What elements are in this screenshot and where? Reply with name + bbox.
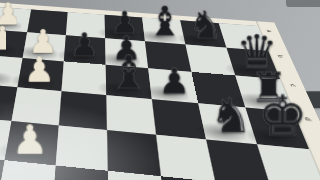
square-a7: ♞ <box>180 20 226 47</box>
square-c3: ♟ <box>17 58 63 91</box>
square-a6: ♝ <box>142 18 185 45</box>
piece-black-pawn: ♟ <box>64 29 105 62</box>
square-e4 <box>56 126 108 171</box>
piece-black-king: ♚ <box>257 89 307 145</box>
piece-black-bishop: ♝ <box>145 1 185 42</box>
square-d4 <box>59 91 107 130</box>
piece-black-bishop: ♝ <box>106 49 151 95</box>
piece-black-pawn: ♟ <box>152 64 197 100</box>
chessboard: abcdefgh ♟♟♝♞♚♟♟♟♟♛♞♝♟♝♟♜♟♞♚♞♟ <box>0 4 320 180</box>
square-d5 <box>106 95 156 135</box>
square-e5 <box>107 130 161 176</box>
piece-white-pawn: ♟ <box>18 53 62 88</box>
square-e3: ♟ <box>5 121 59 165</box>
square-d7: ♞ <box>198 103 257 144</box>
piece-black-knight: ♞ <box>186 6 226 45</box>
square-b4: ♟ <box>64 35 106 65</box>
piece-white-pawn: ♟ <box>5 120 56 160</box>
perspective-wrapper: abcdefgh ♟♟♝♞♚♟♟♟♟♛♞♝♟♝♟♜♟♞♚♞♟ <box>0 0 320 180</box>
square-c5: ♝ <box>106 65 152 99</box>
square-c6: ♟ <box>148 68 198 103</box>
piece-black-knight: ♞ <box>206 92 255 140</box>
photo-scene: abcdefgh ♟♟♝♞♚♟♟♟♟♛♞♝♟♝♟♜♟♞♚♞♟ <box>0 0 320 180</box>
